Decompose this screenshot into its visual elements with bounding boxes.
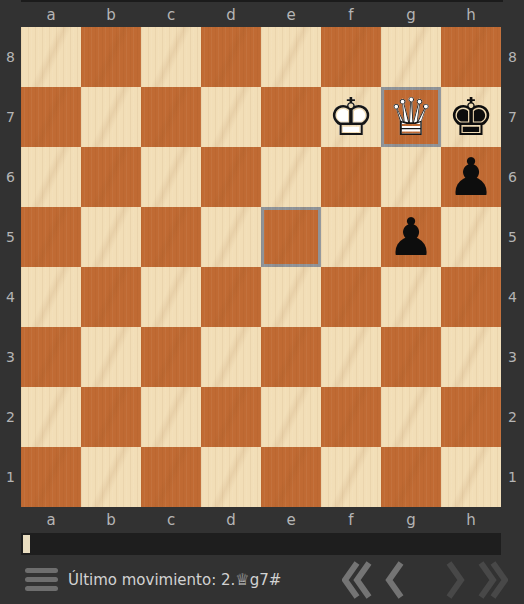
file-label-bottom-e: e [261, 507, 321, 533]
double-chevron-left-icon [342, 561, 372, 599]
square-b4[interactable] [81, 267, 141, 327]
square-g5[interactable]: ♟ [381, 207, 441, 267]
rank-label-left-4: 4 [0, 267, 21, 327]
rank-label-right-2: 2 [501, 387, 524, 447]
square-a8[interactable] [21, 27, 81, 87]
square-h8[interactable] [441, 27, 501, 87]
square-a7[interactable] [21, 87, 81, 147]
square-d2[interactable] [201, 387, 261, 447]
file-label-bottom-d: d [201, 507, 261, 533]
rank-label-left-8: 8 [0, 27, 21, 87]
square-e5[interactable] [261, 207, 321, 267]
square-h5[interactable] [441, 207, 501, 267]
square-e2[interactable] [261, 387, 321, 447]
file-label-top-a: a [21, 2, 81, 27]
rank-label-right-1: 1 [501, 447, 524, 507]
square-c5[interactable] [141, 207, 201, 267]
square-f7[interactable]: ♚♔ [321, 87, 381, 147]
square-c3[interactable] [141, 327, 201, 387]
square-f2[interactable] [321, 387, 381, 447]
square-g8[interactable] [381, 27, 441, 87]
square-c8[interactable] [141, 27, 201, 87]
square-b2[interactable] [81, 387, 141, 447]
rank-label-left-7: 7 [0, 87, 21, 147]
square-h7[interactable]: ♚ [441, 87, 501, 147]
file-label-bottom-b: b [81, 507, 141, 533]
last-move-status: Último movimiento: 2.♕g7# [68, 570, 281, 589]
square-d6[interactable] [201, 147, 261, 207]
file-label-top-f: f [321, 2, 381, 27]
black-pawn[interactable] [441, 147, 501, 207]
rank-label-left-5: 5 [0, 207, 21, 267]
square-g4[interactable] [381, 267, 441, 327]
rank-label-left-6: 6 [0, 147, 21, 207]
queen-piece-icon: ♕ [235, 570, 249, 589]
square-b8[interactable] [81, 27, 141, 87]
file-label-bottom-g: g [381, 507, 441, 533]
double-chevron-right-icon [478, 561, 508, 599]
square-a6[interactable] [21, 147, 81, 207]
square-b3[interactable] [81, 327, 141, 387]
square-a3[interactable] [21, 327, 81, 387]
file-label-top-g: g [381, 2, 441, 27]
move-navigation [342, 561, 508, 599]
square-f6[interactable] [321, 147, 381, 207]
file-label-top-e: e [261, 2, 321, 27]
menu-icon [25, 568, 58, 573]
bottom-toolbar: Último movimiento: 2.♕g7# [0, 555, 524, 604]
square-f8[interactable] [321, 27, 381, 87]
square-g3[interactable] [381, 327, 441, 387]
move-list-scrollbar[interactable] [21, 533, 501, 555]
rank-label-left-3: 3 [0, 327, 21, 387]
square-c4[interactable] [141, 267, 201, 327]
square-d7[interactable] [201, 87, 261, 147]
square-e6[interactable] [261, 147, 321, 207]
rank-label-right-4: 4 [501, 267, 524, 327]
square-h6[interactable]: ♟ [441, 147, 501, 207]
square-h1[interactable] [441, 447, 501, 507]
square-g2[interactable] [381, 387, 441, 447]
file-label-top-h: h [441, 2, 501, 27]
square-f3[interactable] [321, 327, 381, 387]
last-move-label: Último movimiento: 2. [68, 571, 235, 589]
white-king[interactable] [321, 87, 381, 147]
file-label-top-b: b [81, 2, 141, 27]
rank-label-right-5: 5 [501, 207, 524, 267]
rank-label-right-6: 6 [501, 147, 524, 207]
square-a1[interactable] [21, 447, 81, 507]
square-e3[interactable] [261, 327, 321, 387]
rank-label-left-2: 2 [0, 387, 21, 447]
chevron-left-icon [385, 561, 405, 599]
go-last-button[interactable] [478, 561, 508, 599]
file-label-top-c: c [141, 2, 201, 27]
square-e8[interactable] [261, 27, 321, 87]
black-king[interactable] [441, 87, 501, 147]
menu-button[interactable] [25, 568, 58, 591]
square-a5[interactable] [21, 207, 81, 267]
square-g7[interactable]: ♛♕ [381, 87, 441, 147]
square-h4[interactable] [441, 267, 501, 327]
square-d4[interactable] [201, 267, 261, 327]
square-a4[interactable] [21, 267, 81, 327]
square-h3[interactable] [441, 327, 501, 387]
go-previous-button[interactable] [385, 561, 405, 599]
square-c7[interactable] [141, 87, 201, 147]
square-e1[interactable] [261, 447, 321, 507]
white-queen[interactable] [381, 87, 441, 147]
square-h2[interactable] [441, 387, 501, 447]
square-d1[interactable] [201, 447, 261, 507]
square-e4[interactable] [261, 267, 321, 327]
square-c6[interactable] [141, 147, 201, 207]
chevron-right-icon [445, 561, 465, 599]
rank-label-right-3: 3 [501, 327, 524, 387]
file-label-top-d: d [201, 2, 261, 27]
square-f1[interactable] [321, 447, 381, 507]
chess-board: abcdefgh887♚♔♛♕♚76♟65♟544332211abcdefgh [0, 2, 524, 533]
square-d8[interactable] [201, 27, 261, 87]
square-c1[interactable] [141, 447, 201, 507]
square-b6[interactable] [81, 147, 141, 207]
chess-app: abcdefgh887♚♔♛♕♚76♟65♟544332211abcdefgh … [0, 0, 524, 604]
square-g1[interactable] [381, 447, 441, 507]
square-d3[interactable] [201, 327, 261, 387]
rank-label-right-7: 7 [501, 87, 524, 147]
black-pawn[interactable] [381, 207, 441, 267]
file-label-bottom-h: h [441, 507, 501, 533]
rank-label-right-8: 8 [501, 27, 524, 87]
go-next-button[interactable] [445, 561, 465, 599]
square-b7[interactable] [81, 87, 141, 147]
last-move-square: g7# [250, 571, 282, 589]
square-b1[interactable] [81, 447, 141, 507]
go-first-button[interactable] [342, 561, 372, 599]
square-b5[interactable] [81, 207, 141, 267]
square-d5[interactable] [201, 207, 261, 267]
square-a2[interactable] [21, 387, 81, 447]
square-f4[interactable] [321, 267, 381, 327]
file-label-bottom-c: c [141, 507, 201, 533]
file-label-bottom-f: f [321, 507, 381, 533]
square-g6[interactable] [381, 147, 441, 207]
square-c2[interactable] [141, 387, 201, 447]
square-f5[interactable] [321, 207, 381, 267]
square-e7[interactable] [261, 87, 321, 147]
rank-label-left-1: 1 [0, 447, 21, 507]
file-label-bottom-a: a [21, 507, 81, 533]
move-list-scrollbar-thumb[interactable] [23, 535, 30, 553]
